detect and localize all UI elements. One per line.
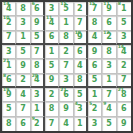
cell-r3c4[interactable]: 6 [45,31,59,45]
cell-digit: 4 [63,120,69,128]
cell-digit: 6 [121,105,127,113]
cell-r6c2[interactable]: 2 [16,74,30,88]
cell-r1c5[interactable]: 155 [59,2,73,16]
cage-sum: 19 [3,88,9,93]
cell-digit: 2 [77,5,83,13]
cell-r2c4[interactable]: 114 [45,16,59,30]
cage-sum: 6 [32,2,35,7]
cell-r6c1[interactable]: 86 [2,74,16,88]
cage-sum: 9 [103,102,106,107]
cage-sum: 8 [3,74,6,79]
cell-r4c8[interactable]: 8 [102,45,116,59]
cell-r4c1[interactable]: 3 [2,45,16,59]
cell-r6c7[interactable]: 5 [88,74,102,88]
cell-r7c8[interactable]: 7 [102,88,116,102]
cell-digit: 7 [63,62,69,70]
cell-r9c2[interactable]: 6 [16,117,30,131]
cell-r8c5[interactable]: 9 [59,102,73,116]
cell-digit: 7 [20,105,26,113]
cell-r3c6[interactable]: 109 [74,31,88,45]
cell-r2c6[interactable]: 7 [74,16,88,30]
cage-sum: 21 [60,88,66,93]
cell-digit: 8 [92,19,98,27]
cell-r4c3[interactable]: 7 [31,45,45,59]
cell-r5c6[interactable]: 4 [74,59,88,73]
cell-r9c3[interactable]: 92 [31,117,45,131]
cell-r4c7[interactable]: 9 [88,45,102,59]
cell-r8c8[interactable]: 94 [102,102,116,116]
cell-digit: 5 [49,62,55,70]
cage-sum: 15 [89,2,95,7]
cell-digit: 2 [34,120,40,128]
cell-r2c8[interactable]: 6 [102,16,116,30]
cell-digit: 5 [106,120,112,128]
cell-r7c2[interactable]: 4 [16,88,30,102]
cage-sum: 21 [118,88,124,93]
cell-digit: 7 [49,120,55,128]
cage-sum: 9 [32,117,35,122]
cage-sum: 8 [118,2,121,7]
cell-digit: 4 [106,105,112,113]
cell-r5c9[interactable]: 2 [117,59,131,73]
cell-r7c5[interactable]: 216 [59,88,73,102]
cell-digit: 9 [63,105,69,113]
cell-r4c5[interactable]: 2 [59,45,73,59]
cell-digit: 1 [20,33,26,41]
cell-digit: 9 [20,62,26,70]
cell-digit: 4 [92,33,98,41]
cell-r2c2[interactable]: 3 [16,16,30,30]
cell-r6c9[interactable]: 7 [117,74,131,88]
cell-digit: 9 [121,120,127,128]
cell-digit: 6 [106,19,112,27]
cell-digit: 7 [6,33,12,41]
cell-digit: 6 [92,62,98,70]
cell-digit: 7 [106,91,112,99]
cell-r9c4[interactable]: 7 [45,117,59,131]
cell-r8c2[interactable]: 7 [16,102,30,116]
cell-r3c2[interactable]: 1 [16,31,30,45]
cell-r9c5[interactable]: 4 [59,117,73,131]
cell-digit: 1 [106,76,112,84]
cell-r9c9[interactable]: 9 [117,117,131,131]
cell-digit: 2 [121,62,127,70]
cage-sum: 4 [75,102,78,107]
cell-digit: 3 [92,120,98,128]
cell-r6c6[interactable]: 8 [74,74,88,88]
cell-digit: 8 [20,5,26,13]
cell-r1c3[interactable]: 66 [31,2,45,16]
cell-r7c6[interactable]: 5 [74,88,88,102]
cell-r2c7[interactable]: 8 [88,16,102,30]
cell-digit: 6 [20,120,26,128]
cell-digit: 8 [6,120,12,128]
cell-r3c1[interactable]: 7 [2,31,16,45]
cell-digit: 2 [49,91,55,99]
cell-r7c4[interactable]: 2 [45,88,59,102]
cell-r6c4[interactable]: 9 [45,74,59,88]
cell-r1c8[interactable]: 119 [102,2,116,16]
cell-digit: 3 [63,76,69,84]
cell-digit: 5 [34,33,40,41]
cell-digit: 2 [63,48,69,56]
cell-digit: 3 [106,62,112,70]
cell-digit: 8 [34,62,40,70]
cell-r6c5[interactable]: 3 [59,74,73,88]
cell-digit: 5 [121,19,127,27]
cell-digit: 3 [20,19,26,27]
cell-digit: 6 [6,76,12,84]
sudoku-board: 1448663155215711981102391141786571568109… [0,0,133,133]
cell-r5c8[interactable]: 3 [102,59,116,73]
cell-r5c3[interactable]: 8 [31,59,45,73]
cell-digit: 7 [121,76,127,84]
cell-digit: 3 [6,48,12,56]
cage-sum: 12 [103,31,109,36]
cell-r5c5[interactable]: 7 [59,59,73,73]
cell-r2c9[interactable]: 5 [117,16,131,30]
cell-digit: 3 [34,91,40,99]
cell-r1c6[interactable]: 2 [74,2,88,16]
cell-r8c7[interactable]: 52 [88,102,102,116]
cell-digit: 1 [63,19,69,27]
cell-r6c8[interactable]: 1 [102,74,116,88]
cell-r7c3[interactable]: 3 [31,88,45,102]
cell-r8c3[interactable]: 1 [31,102,45,116]
cell-digit: 1 [49,48,55,56]
cell-digit: 1 [34,105,40,113]
cell-digit: 5 [77,91,83,99]
cell-r8c4[interactable]: 8 [45,102,59,116]
cell-digit: 8 [63,33,69,41]
cell-digit: 3 [77,105,83,113]
cell-digit: 2 [92,105,98,113]
cell-digit: 5 [92,76,98,84]
cage-sum: 14 [3,2,9,7]
cage-sum: 11 [103,2,109,7]
cell-r9c1[interactable]: 8 [2,117,16,131]
cell-digit: 7 [34,48,40,56]
cell-digit: 8 [106,48,112,56]
cell-digit: 3 [49,5,55,13]
cell-digit: 8 [77,76,83,84]
cell-r3c9[interactable]: 3 [117,31,131,45]
cell-digit: 6 [49,33,55,41]
cell-r1c4[interactable]: 3 [45,2,59,16]
cell-r4c9[interactable]: 144 [117,45,131,59]
cell-r6c3[interactable]: 204 [31,74,45,88]
cell-r7c1[interactable]: 199 [2,88,16,102]
cage-sum: 11 [46,16,52,21]
cell-r4c2[interactable]: 5 [16,45,30,59]
cell-r9c6[interactable]: 1 [74,117,88,131]
cell-r5c7[interactable]: 6 [88,59,102,73]
cell-r1c1[interactable]: 144 [2,2,16,16]
cell-digit: 8 [49,105,55,113]
cell-r3c7[interactable]: 4 [88,31,102,45]
cage-sum: 10 [3,16,9,21]
cage-sum: 20 [32,74,38,79]
cell-digit: 1 [77,120,83,128]
cell-r3c3[interactable]: 5 [31,31,45,45]
cell-r2c1[interactable]: 102 [2,16,16,30]
cell-r8c1[interactable]: 5 [2,102,16,116]
cage-sum: 10 [75,31,81,36]
cage-sum: 21 [3,59,9,64]
cell-r7c9[interactable]: 218 [117,88,131,102]
cell-r4c6[interactable]: 6 [74,45,88,59]
cage-sum: 14 [118,45,124,50]
cell-digit: 1 [121,5,127,13]
cage-sum: 5 [89,102,92,107]
cell-digit: 4 [77,62,83,70]
cell-digit: 2 [20,76,26,84]
cell-digit: 6 [34,5,40,13]
cell-r5c1[interactable]: 211 [2,59,16,73]
cell-digit: 7 [77,19,83,27]
cell-r5c4[interactable]: 5 [45,59,59,73]
cell-r9c8[interactable]: 5 [102,117,116,131]
cell-digit: 1 [92,91,98,99]
cell-digit: 9 [49,76,55,84]
cell-digit: 9 [34,19,40,27]
cell-digit: 5 [6,105,12,113]
cell-digit: 4 [20,91,26,99]
cell-r1c9[interactable]: 81 [117,2,131,16]
cell-digit: 5 [20,48,26,56]
cell-digit: 6 [77,48,83,56]
cell-r2c5[interactable]: 1 [59,16,73,30]
cage-sum: 15 [60,2,66,7]
cell-r8c6[interactable]: 43 [74,102,88,116]
cell-r3c5[interactable]: 8 [59,31,73,45]
cell-digit: 9 [92,48,98,56]
cell-r1c2[interactable]: 8 [16,2,30,16]
cell-r9c7[interactable]: 3 [88,117,102,131]
cell-r7c7[interactable]: 1 [88,88,102,102]
cell-digit: 3 [121,33,127,41]
cell-r2c3[interactable]: 9 [31,16,45,30]
cell-r1c7[interactable]: 157 [88,2,102,16]
cell-r5c2[interactable]: 9 [16,59,30,73]
cell-r4c4[interactable]: 1 [45,45,59,59]
cell-r3c8[interactable]: 122 [102,31,116,45]
cell-r8c9[interactable]: 6 [117,102,131,116]
